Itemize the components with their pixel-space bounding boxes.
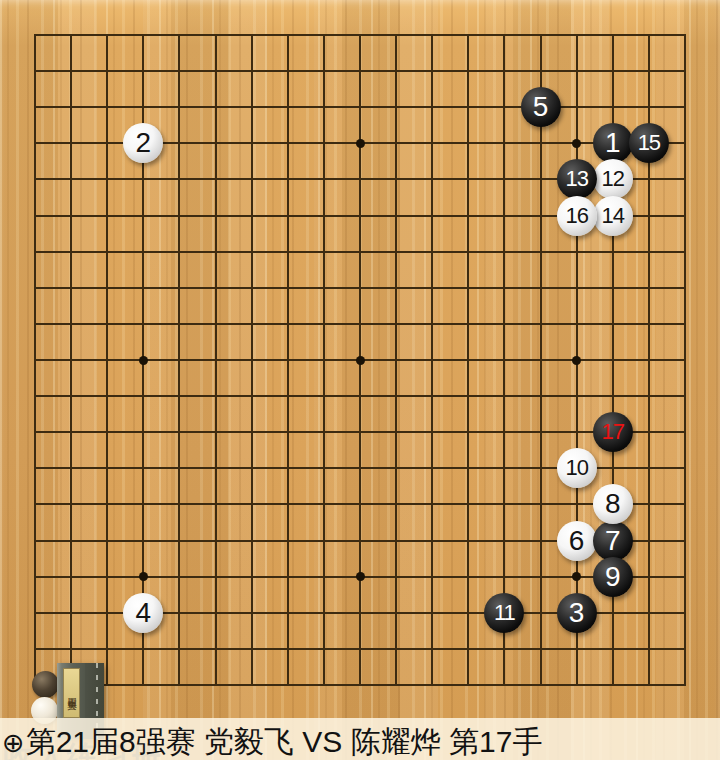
move-number: 6 — [569, 527, 585, 555]
go-app-screen: 1234567891011121314151617 围棋宝典 收入练习册 ⊕ 第… — [0, 0, 720, 760]
caption-bar: ⊕ 第21届8强赛 党毅飞 VS 陈耀烨 第17手 — [0, 718, 720, 760]
move-number: 4 — [136, 599, 152, 627]
move-number: 12 — [602, 168, 624, 190]
move-number: 8 — [605, 490, 621, 518]
move-number: 3 — [569, 599, 585, 627]
stone-white-6: 6 — [557, 521, 597, 561]
move-number: 7 — [605, 527, 621, 555]
move-marker-icon: ⊕ — [2, 727, 25, 759]
stone-black-15: 15 — [629, 123, 669, 163]
move-number: 15 — [638, 132, 660, 154]
stone-white-12: 12 — [593, 159, 633, 199]
stone-black-17: 17 — [593, 412, 633, 452]
stone-black-3: 3 — [557, 593, 597, 633]
game-title: 第21届8强赛 党毅飞 VS 陈耀烨 第17手 — [26, 722, 543, 760]
decor-black-stone-icon — [32, 671, 59, 698]
stone-white-4: 4 — [123, 593, 163, 633]
stone-black-11: 11 — [484, 593, 524, 633]
stone-black-9: 9 — [593, 557, 633, 597]
stone-black-7: 7 — [593, 521, 633, 561]
stone-white-16: 16 — [557, 196, 597, 236]
game-caption: ⊕ 第21届8强赛 党毅飞 VS 陈耀烨 第17手 — [2, 722, 542, 760]
move-number: 11 — [494, 602, 515, 624]
move-number: 2 — [136, 129, 152, 157]
stone-white-14: 14 — [593, 196, 633, 236]
expand-panel-button[interactable] — [664, 722, 710, 756]
hoshi-point — [139, 356, 148, 365]
hoshi-point — [139, 572, 148, 581]
stone-black-5: 5 — [521, 87, 561, 127]
stone-white-8: 8 — [593, 484, 633, 524]
move-number: 16 — [565, 205, 587, 227]
move-number: 13 — [565, 168, 587, 190]
move-number: 17 — [602, 421, 624, 443]
move-number: 5 — [533, 93, 549, 121]
stone-black-1: 1 — [593, 123, 633, 163]
hoshi-point — [356, 139, 365, 148]
stone-white-10: 10 — [557, 448, 597, 488]
move-number: 10 — [565, 457, 587, 479]
hoshi-point — [356, 572, 365, 581]
hoshi-point — [356, 356, 365, 365]
move-number: 9 — [605, 563, 621, 591]
hoshi-point — [572, 139, 581, 148]
hoshi-point — [572, 356, 581, 365]
move-number: 1 — [605, 129, 621, 157]
book-label: 围棋宝典 — [63, 668, 80, 718]
stone-black-13: 13 — [557, 159, 597, 199]
move-number: 14 — [602, 205, 624, 227]
go-board[interactable]: 1234567891011121314151617 围棋宝典 收入练习册 — [0, 0, 720, 760]
